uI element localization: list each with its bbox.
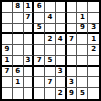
sudoku-cell-r8c6[interactable] (56, 77, 67, 88)
sudoku-cell-r6c2[interactable] (13, 56, 24, 67)
sudoku-cell-r2c9[interactable] (88, 13, 99, 24)
sudoku-cell-r3c9[interactable]: 3 (88, 24, 99, 35)
sudoku-cell-r7c3[interactable] (24, 67, 35, 78)
sudoku-cell-r7c6[interactable]: 3 (56, 67, 67, 78)
sudoku-cell-r5c3[interactable] (24, 45, 35, 56)
sudoku-cell-r8c2[interactable]: 1 (13, 77, 24, 88)
sudoku-cell-r7c9[interactable] (88, 67, 99, 78)
sudoku-cell-r9c2[interactable] (13, 88, 24, 99)
sudoku-cell-r5c1[interactable]: 9 (2, 45, 13, 56)
sudoku-cell-r3c4[interactable]: 5 (34, 24, 45, 35)
sudoku-cell-r1c2[interactable]: 8 (13, 2, 24, 13)
sudoku-cell-r9c9[interactable] (88, 88, 99, 99)
sudoku-cell-r2c2[interactable] (13, 13, 24, 24)
sudoku-cell-r6c4[interactable]: 7 (34, 56, 45, 67)
sudoku-cell-r5c5[interactable] (45, 45, 56, 56)
sudoku-cell-r1c9[interactable] (88, 2, 99, 13)
sudoku-cell-r4c5[interactable]: 2 (45, 34, 56, 45)
sudoku-cell-r8c1[interactable] (2, 77, 13, 88)
sudoku-cell-r8c5[interactable]: 7 (45, 77, 56, 88)
sudoku-cell-r8c3[interactable] (24, 77, 35, 88)
sudoku-cell-r2c4[interactable] (34, 13, 45, 24)
sudoku-cell-r9c5[interactable] (45, 88, 56, 99)
sudoku-cell-r8c4[interactable] (34, 77, 45, 88)
sudoku-cell-r8c9[interactable] (88, 77, 99, 88)
sudoku-cell-r4c9[interactable]: 1 (88, 34, 99, 45)
sudoku-cell-r3c3[interactable] (24, 24, 35, 35)
sudoku-cell-r2c7[interactable] (67, 13, 78, 24)
sudoku-cell-r5c6[interactable] (56, 45, 67, 56)
sudoku-cell-r2c1[interactable] (2, 13, 13, 24)
sudoku-cell-r9c1[interactable] (2, 88, 13, 99)
sudoku-cell-r6c1[interactable]: 1 (2, 56, 13, 67)
sudoku-cell-r1c7[interactable] (67, 2, 78, 13)
sudoku-cell-r1c8[interactable] (77, 2, 88, 13)
sudoku-cell-r6c8[interactable] (77, 56, 88, 67)
sudoku-cell-r5c9[interactable]: 2 (88, 45, 99, 56)
sudoku-cell-r9c6[interactable]: 2 (56, 88, 67, 99)
sudoku-cell-r7c5[interactable] (45, 67, 56, 78)
sudoku-cell-r7c8[interactable] (77, 67, 88, 78)
sudoku-cell-r4c2[interactable] (13, 34, 24, 45)
sudoku-cell-r1c4[interactable]: 6 (34, 2, 45, 13)
sudoku-cell-r4c8[interactable] (77, 34, 88, 45)
sudoku-cell-r2c5[interactable]: 4 (45, 13, 56, 24)
sudoku-cell-r1c3[interactable]: 1 (24, 2, 35, 13)
sudoku-cell-r1c1[interactable] (2, 2, 13, 13)
sudoku-cell-r9c8[interactable]: 5 (77, 88, 88, 99)
sudoku-cell-r5c2[interactable] (13, 45, 24, 56)
sudoku-cell-r7c4[interactable] (34, 67, 45, 78)
sudoku-cell-r3c6[interactable] (56, 24, 67, 35)
sudoku-cell-r3c8[interactable]: 9 (77, 24, 88, 35)
sudoku-cell-r1c5[interactable] (45, 2, 56, 13)
sudoku-cell-r6c6[interactable] (56, 56, 67, 67)
sudoku-cell-r9c4[interactable] (34, 88, 45, 99)
sudoku-cell-r7c7[interactable] (67, 67, 78, 78)
sudoku-cell-r8c8[interactable] (77, 77, 88, 88)
sudoku-cell-r9c7[interactable]: 9 (67, 88, 78, 99)
sudoku-cell-r7c2[interactable]: 6 (13, 67, 24, 78)
sudoku-cell-r2c6[interactable] (56, 13, 67, 24)
sudoku-cell-r4c1[interactable] (2, 34, 13, 45)
sudoku-cell-r5c8[interactable] (77, 45, 88, 56)
sudoku-cell-r3c1[interactable] (2, 24, 13, 35)
sudoku-cell-r8c7[interactable]: 3 (67, 77, 78, 88)
sudoku-cell-r9c3[interactable] (24, 88, 35, 99)
sudoku-cell-r4c7[interactable]: 7 (67, 34, 78, 45)
sudoku-cell-r4c4[interactable] (34, 34, 45, 45)
sudoku-cell-r6c5[interactable]: 5 (45, 56, 56, 67)
sudoku-cell-r3c2[interactable] (13, 24, 24, 35)
sudoku-cell-r2c8[interactable]: 1 (77, 13, 88, 24)
sudoku-cell-r6c9[interactable] (88, 56, 99, 67)
sudoku-cell-r3c7[interactable] (67, 24, 78, 35)
sudoku-cell-r5c4[interactable] (34, 45, 45, 56)
sudoku-board: 8167415932471921375763173295 (0, 0, 101, 101)
sudoku-cell-r6c7[interactable] (67, 56, 78, 67)
sudoku-cell-r5c7[interactable] (67, 45, 78, 56)
sudoku-cell-r7c1[interactable]: 7 (2, 67, 13, 78)
sudoku-cell-r3c5[interactable] (45, 24, 56, 35)
sudoku-cell-r4c3[interactable] (24, 34, 35, 45)
sudoku-cell-r2c3[interactable]: 7 (24, 13, 35, 24)
sudoku-cell-r6c3[interactable]: 3 (24, 56, 35, 67)
sudoku-cell-r1c6[interactable] (56, 2, 67, 13)
sudoku-cell-r4c6[interactable]: 4 (56, 34, 67, 45)
